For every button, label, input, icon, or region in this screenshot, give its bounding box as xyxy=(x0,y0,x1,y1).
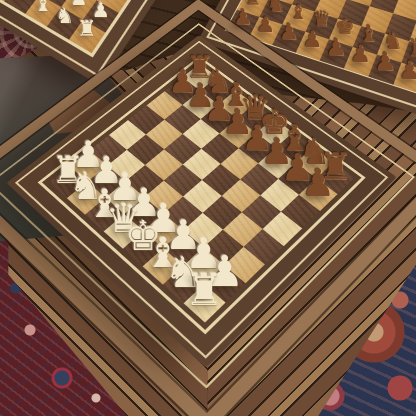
scene-chess-table-photo: ♜♞♝♛♚♝♞♜♟♟♟♟♟♟♟♟♟♟♟♟♟♟♟♟♜♞♝♛♚♝♞♜♟♟♟♟♟♞♝♛… xyxy=(0,0,416,416)
